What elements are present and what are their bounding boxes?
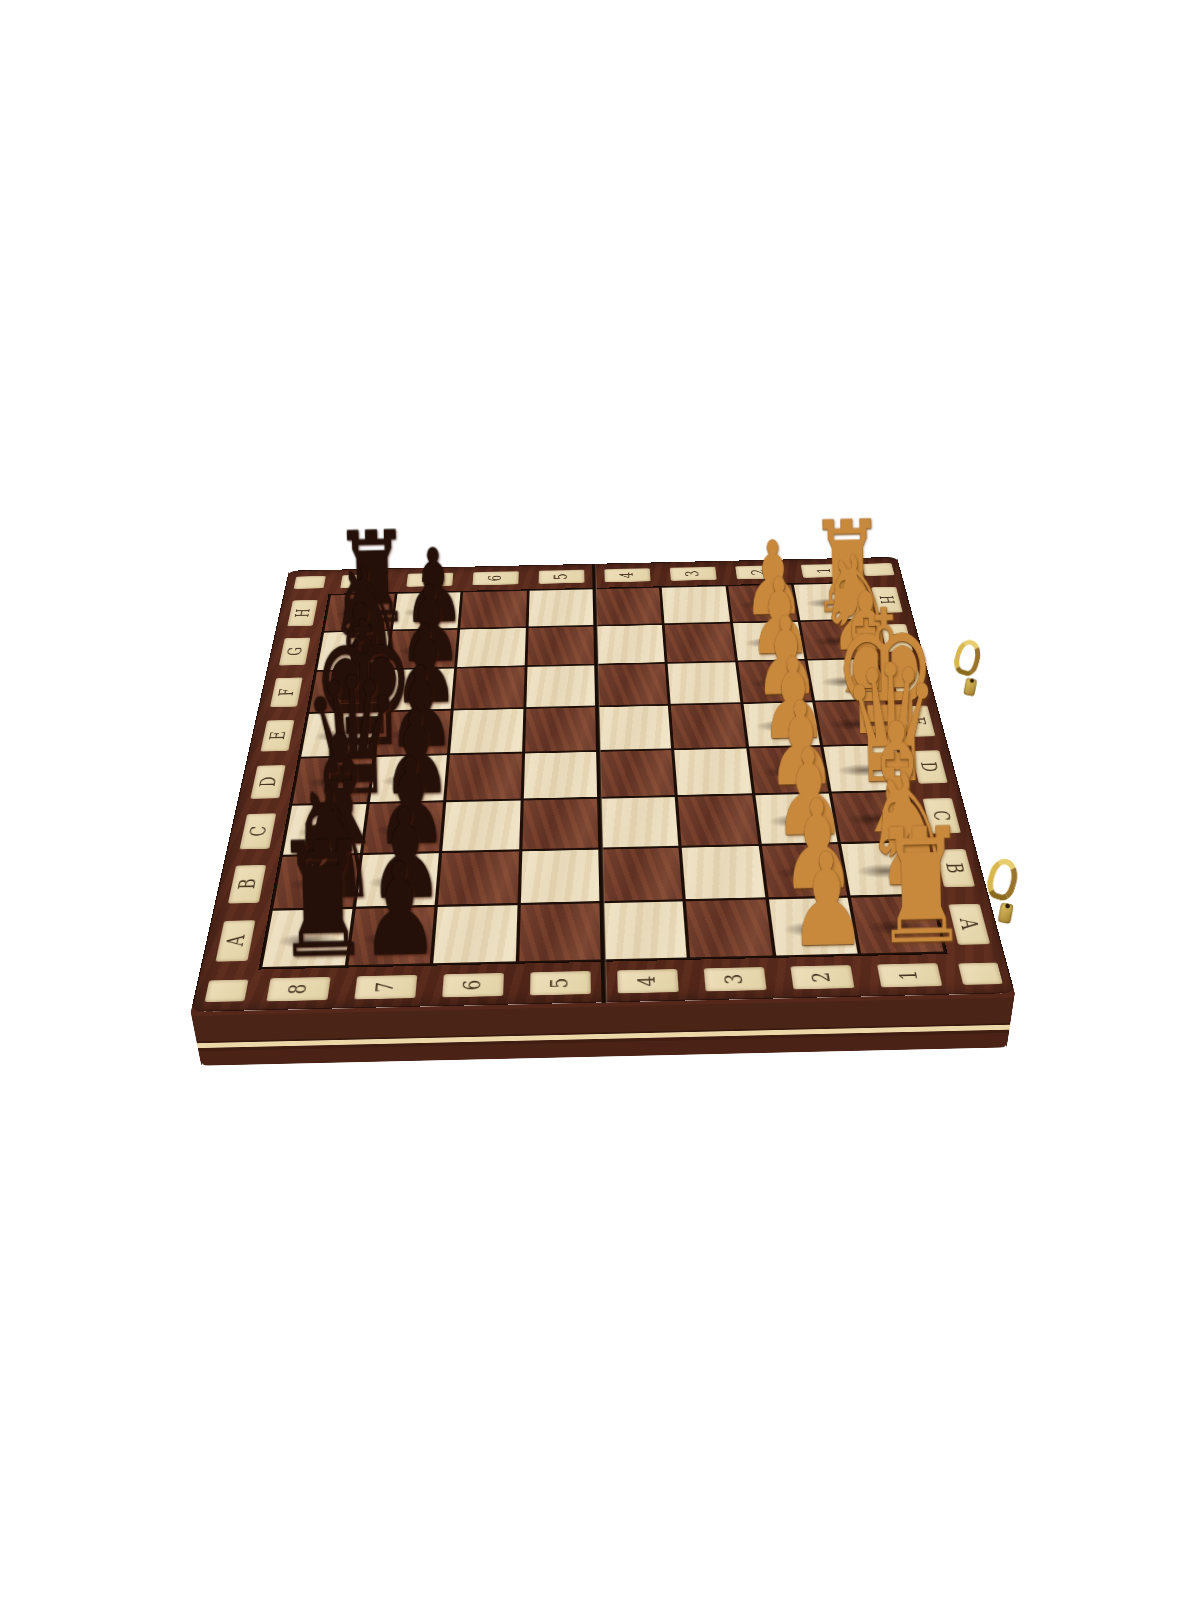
rank-label-front-1: 1 bbox=[876, 963, 941, 987]
square-e4[interactable] bbox=[599, 706, 672, 750]
rank-label-front-6: 6 bbox=[442, 973, 504, 998]
rank-label-back-1-text: 1 bbox=[815, 568, 834, 574]
piece-glyph: ♜ bbox=[871, 824, 930, 952]
rank-label-front-2: 2 bbox=[790, 965, 854, 990]
rank-label-front-2-text: 2 bbox=[809, 972, 834, 983]
square-d4[interactable] bbox=[600, 750, 675, 797]
rank-label-back-1: 1 bbox=[800, 564, 848, 578]
rank-label-front-8: 8 bbox=[266, 977, 330, 1002]
chess-box: ♜♟♟♜♞♟♟♞♝♟♟♝♚♟♟♚♛♟♟♛♝♟♟♝♞♟♟♞♜♟♟♜ 88HH77G… bbox=[191, 557, 1015, 1012]
square-a3[interactable] bbox=[686, 900, 772, 957]
square-a8[interactable]: ♜ bbox=[262, 909, 352, 967]
file-label-left-B: B bbox=[228, 865, 266, 904]
square-b5[interactable] bbox=[521, 849, 600, 903]
file-label-left-D: D bbox=[250, 765, 285, 799]
rank-label-front-7: 7 bbox=[354, 975, 417, 1000]
square-d6[interactable] bbox=[447, 753, 522, 800]
square-b6[interactable] bbox=[438, 851, 519, 905]
square-c3[interactable] bbox=[678, 795, 758, 845]
brass-latch-upper bbox=[955, 639, 981, 696]
file-label-left-A-text: A bbox=[223, 934, 248, 946]
rank-label-front-1-text: 1 bbox=[896, 970, 921, 981]
square-f3[interactable] bbox=[668, 662, 740, 703]
rank-label-back-3-text: 3 bbox=[684, 571, 702, 577]
board-top: ♜♟♟♜♞♟♟♞♝♟♟♝♚♟♟♚♛♟♟♛♝♟♟♝♞♟♟♞♜♟♟♜ 88HH77G… bbox=[191, 557, 1015, 1012]
rank-label-back-8: 8 bbox=[340, 574, 388, 588]
square-e5[interactable] bbox=[525, 707, 597, 751]
corner-cell-front-left bbox=[205, 980, 249, 1003]
file-label-left-D-text: D bbox=[257, 776, 279, 787]
rank-label-back-7-text: 7 bbox=[420, 576, 438, 582]
square-g3[interactable] bbox=[665, 623, 735, 662]
rank-label-front-5-text: 5 bbox=[548, 978, 571, 989]
rank-label-front-8-text: 8 bbox=[286, 984, 311, 995]
file-label-left-F-text: F bbox=[276, 688, 297, 696]
piece-white-rook-a1[interactable]: ♜ bbox=[871, 824, 930, 952]
square-c6[interactable] bbox=[443, 801, 521, 851]
square-a4[interactable] bbox=[603, 902, 687, 960]
square-a2[interactable]: ♟ bbox=[769, 898, 858, 955]
rank-label-front-7-text: 7 bbox=[373, 982, 397, 993]
brass-latch-lower bbox=[988, 858, 1018, 923]
file-label-left-E-text: E bbox=[267, 731, 288, 740]
latch-hook-icon bbox=[950, 637, 984, 679]
square-c5[interactable] bbox=[522, 799, 599, 849]
rank-label-front-3-text: 3 bbox=[722, 974, 746, 985]
rank-label-back-6-text: 6 bbox=[486, 575, 504, 581]
rank-label-front-4: 4 bbox=[617, 969, 679, 994]
square-f4[interactable] bbox=[598, 664, 668, 705]
square-g4[interactable] bbox=[597, 625, 665, 664]
rank-label-front-4-text: 4 bbox=[635, 976, 659, 987]
file-label-left-H: H bbox=[287, 600, 317, 626]
photo-stage: ♜♟♟♜♞♟♟♞♝♟♟♝♚♟♟♚♛♟♟♛♝♟♟♝♞♟♟♞♜♟♟♜ 88HH77G… bbox=[0, 0, 1200, 1600]
file-label-left-H-text: H bbox=[293, 608, 313, 617]
rank-label-back-8-text: 8 bbox=[354, 578, 373, 584]
square-b3[interactable] bbox=[682, 846, 765, 900]
piece-black-rook-a8[interactable]: ♜ bbox=[273, 837, 332, 965]
square-f6[interactable] bbox=[454, 667, 525, 709]
rank-label-back-2: 2 bbox=[735, 565, 783, 579]
rank-label-back-5: 5 bbox=[538, 570, 584, 584]
latch-plate-icon bbox=[963, 678, 977, 697]
square-d5[interactable] bbox=[524, 752, 598, 799]
latch-hook-icon bbox=[983, 855, 1022, 903]
file-label-right-H-text: H bbox=[877, 595, 897, 604]
file-label-left-B-text: B bbox=[235, 878, 259, 889]
square-a6[interactable] bbox=[434, 905, 518, 963]
square-g6[interactable] bbox=[457, 628, 525, 667]
corner-cell-front-right bbox=[958, 963, 1003, 985]
rank-label-front-3: 3 bbox=[703, 967, 766, 992]
file-label-left-C-text: C bbox=[247, 825, 270, 836]
square-c4[interactable] bbox=[601, 797, 679, 847]
piece-white-pawn-a2[interactable]: ♟ bbox=[787, 850, 845, 954]
rank-label-back-3: 3 bbox=[669, 567, 716, 581]
square-h5[interactable] bbox=[529, 589, 594, 626]
rank-label-back-4-text: 4 bbox=[618, 572, 636, 578]
rank-label-front-6-text: 6 bbox=[461, 980, 485, 991]
file-label-left-F: F bbox=[270, 677, 303, 707]
file-label-left-C: C bbox=[240, 813, 277, 849]
square-f5[interactable] bbox=[526, 666, 595, 708]
square-h6[interactable] bbox=[460, 591, 526, 628]
latch-plate-icon bbox=[998, 902, 1014, 924]
corner-cell-back-left bbox=[294, 576, 326, 589]
rank-label-back-6: 6 bbox=[472, 571, 518, 585]
square-g5[interactable] bbox=[527, 626, 594, 665]
square-b4[interactable] bbox=[602, 848, 683, 902]
square-h4[interactable] bbox=[596, 588, 662, 625]
corner-cell-back-right bbox=[862, 563, 895, 576]
square-a5[interactable] bbox=[519, 904, 601, 962]
piece-glyph: ♜ bbox=[273, 837, 332, 965]
rank-label-front-5: 5 bbox=[529, 971, 590, 996]
board-squares: ♜♟♟♜♞♟♟♞♝♟♟♝♚♟♟♚♛♟♟♛♝♟♟♝♞♟♟♞♜♟♟♜ bbox=[258, 582, 947, 970]
square-e6[interactable] bbox=[450, 709, 523, 753]
photo-tilt-wrapper: ♜♟♟♜♞♟♟♞♝♟♟♝♚♟♟♚♛♟♟♛♝♟♟♝♞♟♟♞♜♟♟♜ 88HH77G… bbox=[0, 0, 1200, 1600]
square-d3[interactable] bbox=[674, 748, 751, 795]
rank-label-back-4: 4 bbox=[604, 568, 650, 582]
file-label-left-E: E bbox=[261, 720, 295, 752]
piece-glyph: ♟ bbox=[787, 850, 845, 954]
square-h3[interactable] bbox=[662, 586, 730, 623]
square-e3[interactable] bbox=[671, 704, 746, 748]
rank-label-back-2-text: 2 bbox=[749, 569, 767, 575]
file-label-left-A: A bbox=[216, 920, 256, 961]
rank-label-back-7: 7 bbox=[406, 573, 453, 587]
rank-label-back-5-text: 5 bbox=[552, 573, 570, 579]
